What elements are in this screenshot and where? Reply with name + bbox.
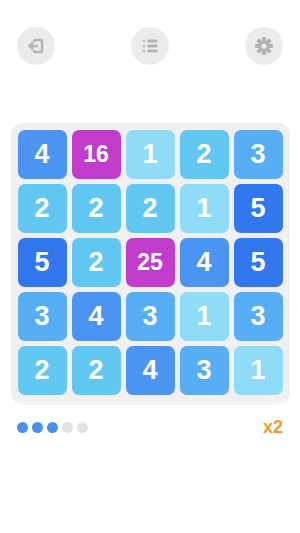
settings-button[interactable] [245, 27, 283, 65]
gear-icon [253, 35, 275, 57]
exit-icon [25, 35, 47, 57]
tile[interactable]: 1 [180, 184, 229, 233]
tile[interactable]: 4 [72, 292, 121, 341]
progress-dot [17, 422, 28, 433]
tile[interactable]: 1 [180, 292, 229, 341]
tile[interactable]: 3 [18, 292, 67, 341]
tile[interactable]: 2 [72, 184, 121, 233]
progress-dot [32, 422, 43, 433]
tile[interactable]: 3 [180, 346, 229, 395]
progress-dot [62, 422, 73, 433]
progress-dots [17, 422, 88, 433]
tile[interactable]: 16 [72, 130, 121, 179]
board-grid: 416123222155225453431322431 [18, 130, 283, 395]
tile[interactable]: 4 [126, 346, 175, 395]
tile[interactable]: 5 [18, 238, 67, 287]
footer: x2 [0, 402, 300, 436]
tile[interactable]: 5 [234, 184, 283, 233]
puzzle-board: 416123222155225453431322431 [11, 123, 290, 402]
game-screen: 416123222155225453431322431 x2 [0, 0, 300, 533]
toolbar [0, 0, 300, 65]
tile[interactable]: 1 [234, 346, 283, 395]
list-icon [139, 35, 161, 57]
levels-button[interactable] [131, 27, 169, 65]
exit-button[interactable] [17, 27, 55, 65]
progress-dot [77, 422, 88, 433]
tile[interactable]: 3 [126, 292, 175, 341]
tile[interactable]: 1 [126, 130, 175, 179]
tile[interactable]: 4 [18, 130, 67, 179]
tile[interactable]: 5 [234, 238, 283, 287]
tile[interactable]: 2 [126, 184, 175, 233]
tile[interactable]: 25 [126, 238, 175, 287]
progress-dot [47, 422, 58, 433]
multiplier-label: x2 [263, 418, 283, 436]
tile[interactable]: 2 [72, 238, 121, 287]
tile[interactable]: 2 [72, 346, 121, 395]
tile[interactable]: 2 [18, 184, 67, 233]
tile[interactable]: 3 [234, 292, 283, 341]
tile[interactable]: 4 [180, 238, 229, 287]
tile[interactable]: 2 [18, 346, 67, 395]
tile[interactable]: 2 [180, 130, 229, 179]
tile[interactable]: 3 [234, 130, 283, 179]
